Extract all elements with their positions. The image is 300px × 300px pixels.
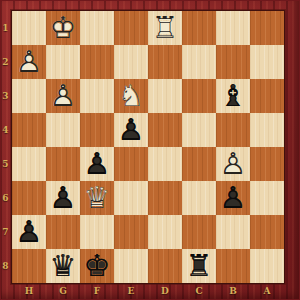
square-f6[interactable]: ♛♕ — [80, 181, 114, 215]
white-pawn-glyph: ♟ — [46, 79, 80, 113]
square-b7[interactable] — [216, 215, 250, 249]
square-d8[interactable] — [148, 249, 182, 283]
black-pawn-glyph: ♟ — [216, 181, 250, 215]
square-e8[interactable] — [114, 249, 148, 283]
square-e3[interactable]: ♞♘ — [114, 79, 148, 113]
piece-black-bishop-b3[interactable]: ♝♗ — [216, 79, 250, 113]
black-pawn-glyph: ♟ — [114, 113, 148, 147]
file-label-f: F — [80, 284, 114, 300]
square-f2[interactable] — [80, 45, 114, 79]
white-rook-outline-glyph: ♖ — [148, 11, 182, 45]
square-b1[interactable] — [216, 11, 250, 45]
square-d6[interactable] — [148, 181, 182, 215]
piece-black-pawn-h7[interactable]: ♟♙ — [12, 215, 46, 249]
square-c5[interactable] — [182, 147, 216, 181]
square-a4[interactable] — [250, 113, 284, 147]
square-h8[interactable] — [12, 249, 46, 283]
square-f4[interactable] — [80, 113, 114, 147]
square-a6[interactable] — [250, 181, 284, 215]
file-label-e: E — [114, 284, 148, 300]
square-h7[interactable]: ♟♙ — [12, 215, 46, 249]
square-c1[interactable] — [182, 11, 216, 45]
square-f8[interactable]: ♚♔ — [80, 249, 114, 283]
square-d2[interactable] — [148, 45, 182, 79]
square-b4[interactable] — [216, 113, 250, 147]
square-e2[interactable] — [114, 45, 148, 79]
square-h1[interactable] — [12, 11, 46, 45]
square-e7[interactable] — [114, 215, 148, 249]
square-f1[interactable] — [80, 11, 114, 45]
piece-white-knight-e3[interactable]: ♞♘ — [114, 79, 148, 113]
piece-white-rook-d1[interactable]: ♜♖ — [148, 11, 182, 45]
square-a5[interactable] — [250, 147, 284, 181]
black-pawn-outline-glyph: ♙ — [46, 181, 80, 215]
white-pawn-outline-glyph: ♙ — [216, 147, 250, 181]
square-b2[interactable] — [216, 45, 250, 79]
white-knight-outline-glyph: ♘ — [114, 79, 148, 113]
black-pawn-outline-glyph: ♙ — [12, 215, 46, 249]
rank-label-1: 1 — [0, 11, 11, 45]
square-g7[interactable] — [46, 215, 80, 249]
square-h4[interactable] — [12, 113, 46, 147]
square-c6[interactable] — [182, 181, 216, 215]
black-queen-glyph: ♛ — [46, 249, 80, 283]
piece-black-pawn-e4[interactable]: ♟♙ — [114, 113, 148, 147]
black-queen-outline-glyph: ♕ — [46, 249, 80, 283]
square-e1[interactable] — [114, 11, 148, 45]
white-knight-glyph: ♞ — [114, 79, 148, 113]
file-label-g: G — [46, 284, 80, 300]
white-pawn-glyph: ♟ — [216, 147, 250, 181]
piece-black-pawn-f5[interactable]: ♟♙ — [80, 147, 114, 181]
file-label-c: C — [182, 284, 216, 300]
white-queen-glyph: ♛ — [80, 181, 114, 215]
piece-black-king-f8[interactable]: ♚♔ — [80, 249, 114, 283]
black-bishop-glyph: ♝ — [216, 79, 250, 113]
square-c4[interactable] — [182, 113, 216, 147]
square-a7[interactable] — [250, 215, 284, 249]
rank-label-2: 2 — [0, 45, 11, 79]
file-label-b: B — [216, 284, 250, 300]
square-d5[interactable] — [148, 147, 182, 181]
square-b3[interactable]: ♝♗ — [216, 79, 250, 113]
square-f3[interactable] — [80, 79, 114, 113]
rank-label-4: 4 — [0, 113, 11, 147]
piece-black-queen-g8[interactable]: ♛♕ — [46, 249, 80, 283]
square-h3[interactable] — [12, 79, 46, 113]
black-pawn-outline-glyph: ♙ — [80, 147, 114, 181]
square-c7[interactable] — [182, 215, 216, 249]
square-e6[interactable] — [114, 181, 148, 215]
square-c3[interactable] — [182, 79, 216, 113]
white-pawn-outline-glyph: ♙ — [12, 45, 46, 79]
square-a8[interactable] — [250, 249, 284, 283]
black-pawn-outline-glyph: ♙ — [114, 113, 148, 147]
black-rook-outline-glyph: ♖ — [182, 249, 216, 283]
piece-white-queen-f6[interactable]: ♛♕ — [80, 181, 114, 215]
square-b6[interactable]: ♟♙ — [216, 181, 250, 215]
square-g8[interactable]: ♛♕ — [46, 249, 80, 283]
piece-black-pawn-b6[interactable]: ♟♙ — [216, 181, 250, 215]
square-b5[interactable]: ♟♙ — [216, 147, 250, 181]
file-label-h: H — [12, 284, 46, 300]
square-c8[interactable]: ♜♖ — [182, 249, 216, 283]
square-g5[interactable] — [46, 147, 80, 181]
black-king-outline-glyph: ♔ — [80, 249, 114, 283]
square-d7[interactable] — [148, 215, 182, 249]
square-d1[interactable]: ♜♖ — [148, 11, 182, 45]
piece-white-pawn-h2[interactable]: ♟♙ — [12, 45, 46, 79]
white-pawn-glyph: ♟ — [12, 45, 46, 79]
black-pawn-glyph: ♟ — [12, 215, 46, 249]
black-pawn-outline-glyph: ♙ — [216, 181, 250, 215]
rank-label-6: 6 — [0, 181, 11, 215]
square-g2[interactable] — [46, 45, 80, 79]
piece-white-king-g1[interactable]: ♚♔ — [46, 11, 80, 45]
rank-label-8: 8 — [0, 249, 11, 283]
black-pawn-glyph: ♟ — [46, 181, 80, 215]
rank-label-5: 5 — [0, 147, 11, 181]
black-bishop-outline-glyph: ♗ — [216, 79, 250, 113]
file-label-a: A — [250, 284, 284, 300]
square-g3[interactable]: ♟♙ — [46, 79, 80, 113]
square-f5[interactable]: ♟♙ — [80, 147, 114, 181]
board-frame: ♚♔♜♖♟♙♟♙♞♘♝♗♟♙♟♙♟♙♟♙♛♕♟♙♟♙♛♕♚♔♜♖ 1234567… — [0, 0, 300, 300]
square-h5[interactable] — [12, 147, 46, 181]
square-a2[interactable] — [250, 45, 284, 79]
square-b8[interactable] — [216, 249, 250, 283]
square-d4[interactable] — [148, 113, 182, 147]
square-a3[interactable] — [250, 79, 284, 113]
piece-black-rook-c8[interactable]: ♜♖ — [182, 249, 216, 283]
square-f7[interactable] — [80, 215, 114, 249]
black-king-glyph: ♚ — [80, 249, 114, 283]
square-e4[interactable]: ♟♙ — [114, 113, 148, 147]
square-g4[interactable] — [46, 113, 80, 147]
rank-label-3: 3 — [0, 79, 11, 113]
white-queen-outline-glyph: ♕ — [80, 181, 114, 215]
square-g6[interactable]: ♟♙ — [46, 181, 80, 215]
chess-board: ♚♔♜♖♟♙♟♙♞♘♝♗♟♙♟♙♟♙♟♙♛♕♟♙♟♙♛♕♚♔♜♖ — [11, 10, 285, 284]
square-c2[interactable] — [182, 45, 216, 79]
rank-label-7: 7 — [0, 215, 11, 249]
piece-black-pawn-g6[interactable]: ♟♙ — [46, 181, 80, 215]
white-king-glyph: ♚ — [46, 11, 80, 45]
square-g1[interactable]: ♚♔ — [46, 11, 80, 45]
white-king-outline-glyph: ♔ — [46, 11, 80, 45]
square-h2[interactable]: ♟♙ — [12, 45, 46, 79]
square-d3[interactable] — [148, 79, 182, 113]
square-h6[interactable] — [12, 181, 46, 215]
square-e5[interactable] — [114, 147, 148, 181]
piece-white-pawn-g3[interactable]: ♟♙ — [46, 79, 80, 113]
square-a1[interactable] — [250, 11, 284, 45]
white-rook-glyph: ♜ — [148, 11, 182, 45]
file-label-d: D — [148, 284, 182, 300]
piece-white-pawn-b5[interactable]: ♟♙ — [216, 147, 250, 181]
black-rook-glyph: ♜ — [182, 249, 216, 283]
white-pawn-outline-glyph: ♙ — [46, 79, 80, 113]
black-pawn-glyph: ♟ — [80, 147, 114, 181]
